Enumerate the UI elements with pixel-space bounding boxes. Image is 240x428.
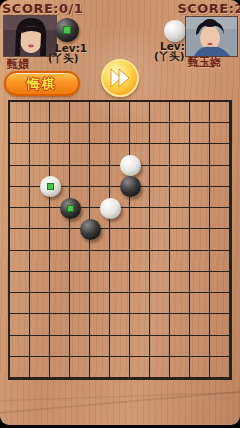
- player-name-right: 甄玉娆: [188, 55, 221, 70]
- black-stone: [120, 176, 141, 197]
- board[interactable]: [8, 100, 232, 380]
- white-stone-indicator: [164, 20, 186, 42]
- black-stone: [60, 198, 81, 219]
- fast-forward-icon: [105, 63, 135, 93]
- score-right: SCORE:2: [177, 1, 240, 16]
- nickname-right: (丫头): [154, 50, 185, 64]
- player-name-left: 甄嬛: [7, 57, 29, 72]
- turn-marker-icon: [63, 26, 71, 34]
- white-stone: [120, 155, 141, 176]
- avatar-right-player: [185, 16, 238, 57]
- black-stone: [80, 219, 101, 240]
- phone-frame: SCORE:0/1 SCORE:2 Lev:1 (丫头) 甄嬛 Lev:1 (丫…: [0, 0, 240, 428]
- score-left: SCORE:0/1: [2, 1, 83, 16]
- last-move-marker: [47, 183, 54, 190]
- stones-layer: [10, 102, 230, 378]
- undo-move-button[interactable]: 悔棋: [4, 71, 80, 96]
- fast-forward-button[interactable]: [101, 59, 139, 97]
- black-stone-turn-indicator: [55, 18, 79, 42]
- undo-button-label: 悔棋: [27, 75, 57, 93]
- nickname-left: (丫头): [48, 52, 79, 66]
- avatar-left-player: [3, 15, 57, 57]
- game-screen: SCORE:0/1 SCORE:2 Lev:1 (丫头) 甄嬛 Lev:1 (丫…: [0, 0, 240, 425]
- white-stone: [100, 198, 121, 219]
- last-move-marker: [67, 205, 74, 212]
- white-stone: [40, 176, 61, 197]
